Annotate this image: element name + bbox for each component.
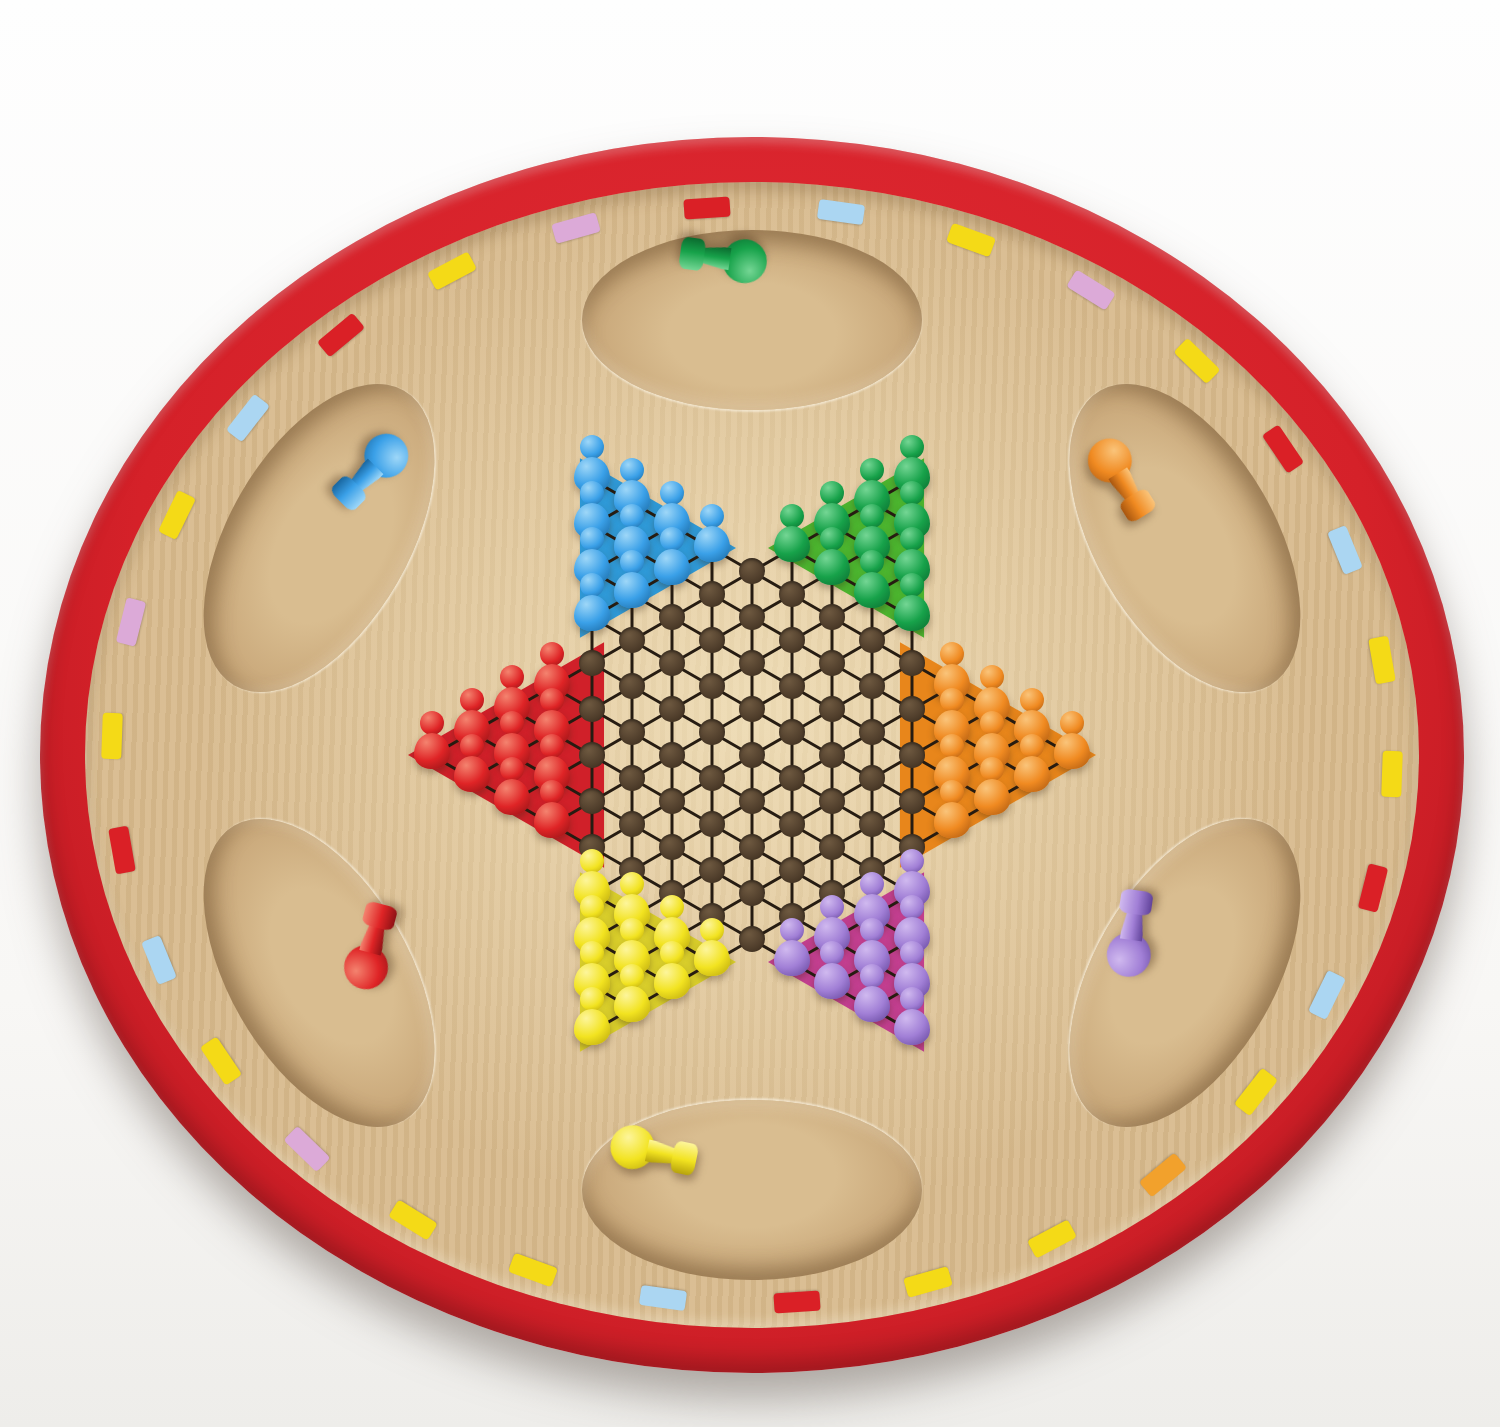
peg-hole[interactable] (659, 788, 685, 814)
peg-hole[interactable] (659, 604, 685, 630)
peg-hole[interactable] (579, 696, 605, 722)
peg-hole[interactable] (579, 788, 605, 814)
peg-hole[interactable] (739, 696, 765, 722)
peg-hole[interactable] (699, 719, 725, 745)
peg-orange[interactable] (1053, 711, 1091, 769)
peg-hole[interactable] (659, 834, 685, 860)
peg-hole[interactable] (819, 696, 845, 722)
peg-hole[interactable] (699, 811, 725, 837)
peg-orange[interactable] (933, 780, 971, 838)
photo-scene (0, 0, 1500, 1427)
peg-green[interactable] (813, 527, 851, 585)
peg-hole[interactable] (779, 857, 805, 883)
peg-hole[interactable] (899, 742, 925, 768)
peg-yellow[interactable] (693, 918, 731, 976)
peg-hole[interactable] (739, 604, 765, 630)
peg-cap (361, 900, 398, 931)
peg-hole[interactable] (859, 673, 885, 699)
peg-hole[interactable] (619, 765, 645, 791)
peg-hole[interactable] (619, 627, 645, 653)
peg-green[interactable] (853, 550, 891, 608)
peg-blue[interactable] (653, 527, 691, 585)
peg-hole[interactable] (739, 834, 765, 860)
peg-hole[interactable] (659, 742, 685, 768)
peg-hole[interactable] (779, 673, 805, 699)
peg-hole[interactable] (699, 765, 725, 791)
peg-hole[interactable] (899, 696, 925, 722)
peg-hole[interactable] (739, 788, 765, 814)
peg-hole[interactable] (779, 581, 805, 607)
peg-purple[interactable] (853, 964, 891, 1022)
peg-hole[interactable] (739, 926, 765, 952)
peg-hole[interactable] (699, 673, 725, 699)
peg-hole[interactable] (819, 834, 845, 860)
peg-red[interactable] (413, 711, 451, 769)
peg-hole[interactable] (739, 880, 765, 906)
peg-orange[interactable] (973, 757, 1011, 815)
peg-neck (701, 244, 732, 270)
peg-hole[interactable] (739, 558, 765, 584)
peg-blue[interactable] (573, 573, 611, 631)
peg-hole[interactable] (899, 788, 925, 814)
peg-red[interactable] (453, 734, 491, 792)
peg-hole[interactable] (859, 765, 885, 791)
peg-hole[interactable] (859, 627, 885, 653)
peg-hole[interactable] (619, 719, 645, 745)
peg-hole[interactable] (899, 650, 925, 676)
peg-hole[interactable] (659, 696, 685, 722)
peg-purple[interactable] (893, 987, 931, 1045)
peg-orange[interactable] (1013, 734, 1051, 792)
peg-hole[interactable] (619, 673, 645, 699)
peg-hole[interactable] (779, 765, 805, 791)
peg-blue[interactable] (693, 504, 731, 562)
peg-hole[interactable] (659, 650, 685, 676)
peg-hole[interactable] (779, 811, 805, 837)
peg-red[interactable] (533, 780, 571, 838)
peg-yellow[interactable] (613, 964, 651, 1022)
peg-hole[interactable] (699, 581, 725, 607)
peg-hole[interactable] (779, 627, 805, 653)
peg-hole[interactable] (779, 719, 805, 745)
peg-yellow[interactable] (573, 987, 611, 1045)
peg-hole[interactable] (739, 650, 765, 676)
peg-green[interactable] (893, 573, 931, 631)
peg-hole[interactable] (819, 604, 845, 630)
peg-red[interactable] (493, 757, 531, 815)
peg-hole[interactable] (619, 811, 645, 837)
peg-hole[interactable] (819, 650, 845, 676)
peg-hole[interactable] (579, 742, 605, 768)
peg-hole[interactable] (859, 719, 885, 745)
peg-cap (669, 1140, 699, 1176)
peg-cap (678, 236, 706, 271)
peg-green[interactable] (773, 504, 811, 562)
peg-blue[interactable] (613, 550, 651, 608)
peg-purple[interactable] (813, 941, 851, 999)
peg-hole[interactable] (699, 627, 725, 653)
peg-hole[interactable] (859, 811, 885, 837)
peg-hole[interactable] (819, 742, 845, 768)
peg-hole[interactable] (579, 650, 605, 676)
peg-hole[interactable] (819, 788, 845, 814)
peg-hole[interactable] (699, 857, 725, 883)
peg-yellow[interactable] (653, 941, 691, 999)
peg-hole[interactable] (739, 742, 765, 768)
peg-purple[interactable] (773, 918, 811, 976)
peg-cap (1119, 888, 1154, 916)
